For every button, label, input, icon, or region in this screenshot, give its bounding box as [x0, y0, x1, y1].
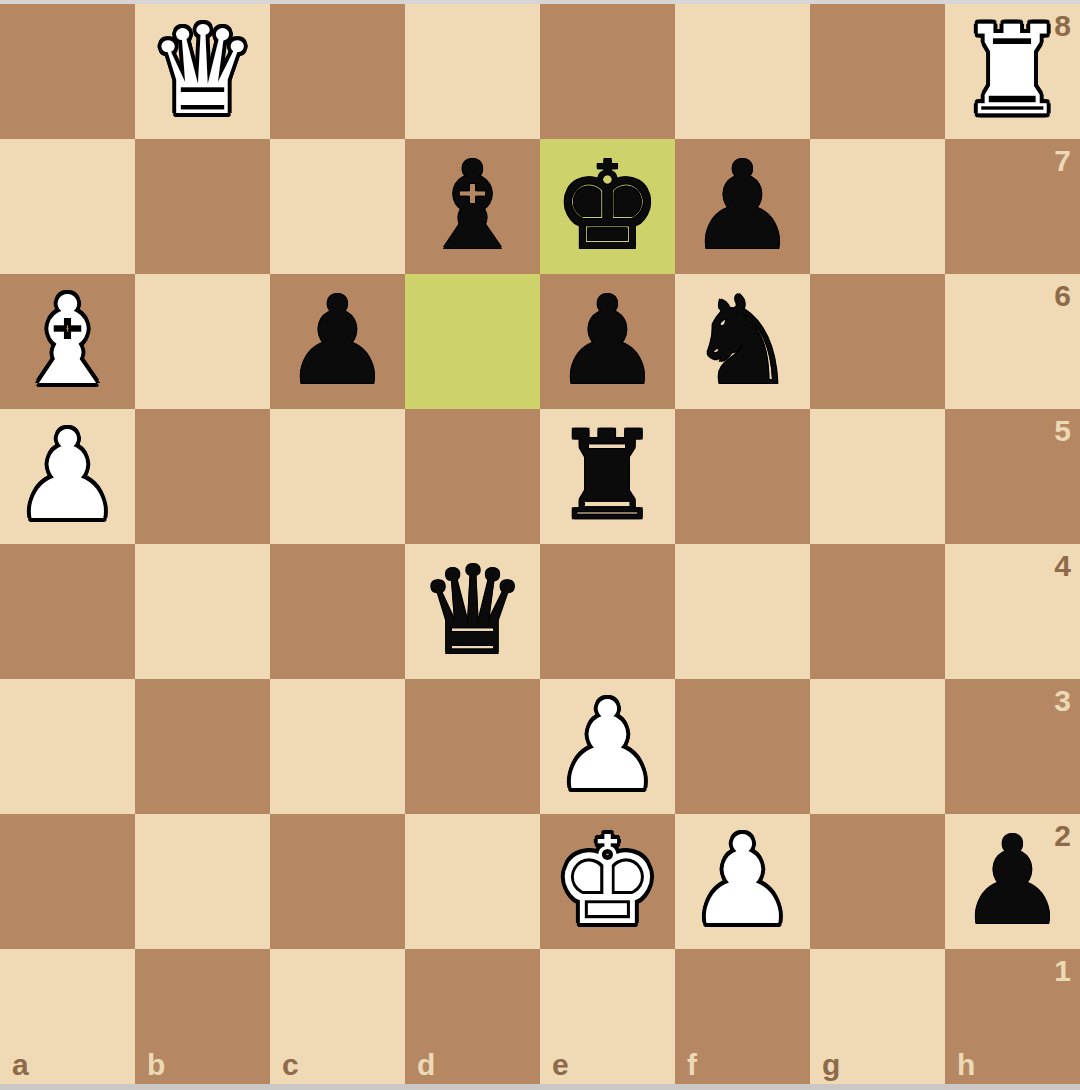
square-d4[interactable]: ♛ [405, 544, 540, 679]
square-g7[interactable] [810, 139, 945, 274]
white-pawn-e3[interactable]: ♟ [553, 679, 662, 814]
square-e7[interactable]: ♚ [540, 139, 675, 274]
square-e2[interactable]: ♚ [540, 814, 675, 949]
rank-label-1: 1 [1054, 956, 1071, 986]
file-label-b: b [147, 1050, 165, 1080]
square-d7[interactable]: ♝ [405, 139, 540, 274]
square-h1[interactable]: 1h [945, 949, 1080, 1084]
rank-label-4: 4 [1054, 551, 1071, 581]
file-label-c: c [282, 1050, 299, 1080]
rank-label-3: 3 [1054, 686, 1071, 716]
square-d8[interactable] [405, 4, 540, 139]
square-f2[interactable]: ♟ [675, 814, 810, 949]
square-g8[interactable] [810, 4, 945, 139]
file-label-d: d [417, 1050, 435, 1080]
rank-label-7: 7 [1054, 146, 1071, 176]
file-label-f: f [687, 1050, 697, 1080]
square-e8[interactable] [540, 4, 675, 139]
square-g3[interactable] [810, 679, 945, 814]
square-c7[interactable] [270, 139, 405, 274]
square-g6[interactable] [810, 274, 945, 409]
square-a7[interactable] [0, 139, 135, 274]
chess-app-screen: ♛8♜♝♚♟7♝♟♟♞6♟♜5♛4♟3♚♟2♟abcdefg1h [0, 0, 1080, 1090]
square-c2[interactable] [270, 814, 405, 949]
square-a2[interactable] [0, 814, 135, 949]
square-a3[interactable] [0, 679, 135, 814]
square-c5[interactable] [270, 409, 405, 544]
square-f4[interactable] [675, 544, 810, 679]
square-f6[interactable]: ♞ [675, 274, 810, 409]
square-c6[interactable]: ♟ [270, 274, 405, 409]
black-rook-e5[interactable]: ♜ [553, 409, 662, 544]
square-d5[interactable] [405, 409, 540, 544]
square-f7[interactable]: ♟ [675, 139, 810, 274]
square-h3[interactable]: 3 [945, 679, 1080, 814]
square-b6[interactable] [135, 274, 270, 409]
square-d2[interactable] [405, 814, 540, 949]
square-h6[interactable]: 6 [945, 274, 1080, 409]
square-c4[interactable] [270, 544, 405, 679]
file-label-h: h [957, 1050, 975, 1080]
page-background-strip-bottom [0, 1084, 1080, 1090]
rank-label-6: 6 [1054, 281, 1071, 311]
square-f8[interactable] [675, 4, 810, 139]
square-f1[interactable]: f [675, 949, 810, 1084]
black-pawn-h2[interactable]: ♟ [958, 814, 1067, 949]
square-d6[interactable] [405, 274, 540, 409]
square-g1[interactable]: g [810, 949, 945, 1084]
square-h4[interactable]: 4 [945, 544, 1080, 679]
black-knight-f6[interactable]: ♞ [688, 274, 797, 409]
square-b5[interactable] [135, 409, 270, 544]
white-bishop-a6[interactable]: ♝ [13, 274, 122, 409]
square-b2[interactable] [135, 814, 270, 949]
square-b8[interactable]: ♛ [135, 4, 270, 139]
rank-label-5: 5 [1054, 416, 1071, 446]
square-h2[interactable]: 2♟ [945, 814, 1080, 949]
white-king-e2[interactable]: ♚ [553, 814, 662, 949]
square-g2[interactable] [810, 814, 945, 949]
square-a6[interactable]: ♝ [0, 274, 135, 409]
square-b7[interactable] [135, 139, 270, 274]
square-a8[interactable] [0, 4, 135, 139]
square-b1[interactable]: b [135, 949, 270, 1084]
square-c1[interactable]: c [270, 949, 405, 1084]
black-bishop-d7[interactable]: ♝ [418, 139, 527, 274]
square-e3[interactable]: ♟ [540, 679, 675, 814]
white-rook-h8[interactable]: ♜ [958, 4, 1067, 139]
white-pawn-f2[interactable]: ♟ [688, 814, 797, 949]
square-a1[interactable]: a [0, 949, 135, 1084]
square-e6[interactable]: ♟ [540, 274, 675, 409]
file-label-g: g [822, 1050, 840, 1080]
square-h5[interactable]: 5 [945, 409, 1080, 544]
black-king-e7[interactable]: ♚ [553, 139, 662, 274]
square-e4[interactable] [540, 544, 675, 679]
square-e1[interactable]: e [540, 949, 675, 1084]
square-g5[interactable] [810, 409, 945, 544]
square-h8[interactable]: 8♜ [945, 4, 1080, 139]
square-h7[interactable]: 7 [945, 139, 1080, 274]
square-e5[interactable]: ♜ [540, 409, 675, 544]
black-pawn-c6[interactable]: ♟ [283, 274, 392, 409]
square-d3[interactable] [405, 679, 540, 814]
white-pawn-a5[interactable]: ♟ [13, 409, 122, 544]
square-f5[interactable] [675, 409, 810, 544]
square-a5[interactable]: ♟ [0, 409, 135, 544]
square-f3[interactable] [675, 679, 810, 814]
white-queen-b8[interactable]: ♛ [148, 4, 257, 139]
square-c8[interactable] [270, 4, 405, 139]
square-c3[interactable] [270, 679, 405, 814]
chess-board: ♛8♜♝♚♟7♝♟♟♞6♟♜5♛4♟3♚♟2♟abcdefg1h [0, 4, 1080, 1084]
black-queen-d4[interactable]: ♛ [418, 544, 527, 679]
black-pawn-f7[interactable]: ♟ [688, 139, 797, 274]
file-label-a: a [12, 1050, 29, 1080]
square-a4[interactable] [0, 544, 135, 679]
square-g4[interactable] [810, 544, 945, 679]
file-label-e: e [552, 1050, 569, 1080]
square-d1[interactable]: d [405, 949, 540, 1084]
square-b3[interactable] [135, 679, 270, 814]
square-b4[interactable] [135, 544, 270, 679]
black-pawn-e6[interactable]: ♟ [553, 274, 662, 409]
